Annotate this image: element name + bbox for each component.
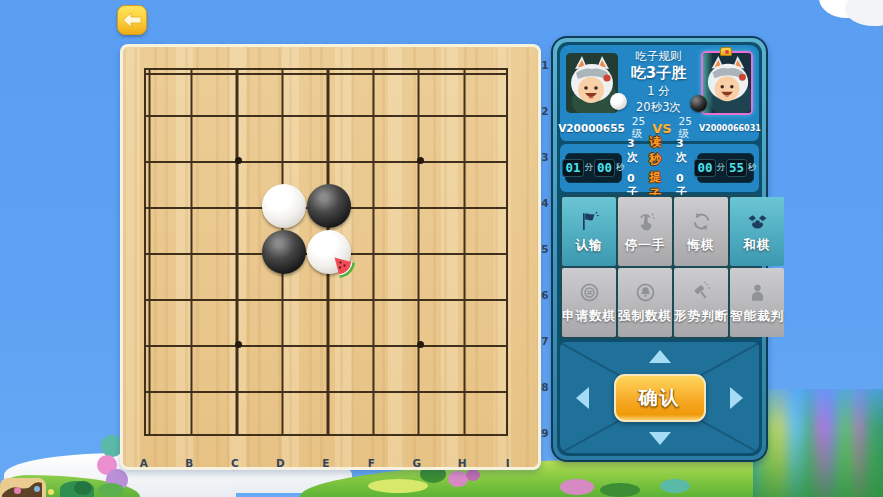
board-point-F9[interactable]: [352, 413, 398, 459]
byoyomi-label: 读秒: [649, 134, 670, 168]
column-label-D: D: [258, 457, 304, 469]
board-point-B2[interactable]: [170, 91, 216, 137]
confirm-move-button[interactable]: 确认: [614, 374, 706, 422]
draw-button[interactable]: 和棋: [730, 197, 784, 266]
board-point-G3[interactable]: [397, 137, 443, 183]
undo-refresh-icon: [690, 210, 713, 233]
ai-referee-button[interactable]: 智能裁判: [730, 268, 784, 337]
board-point-D7[interactable]: [261, 321, 307, 367]
board-point-F2[interactable]: [352, 91, 398, 137]
request-count-label: 申请数棋: [562, 308, 616, 325]
tap-hand-icon: [634, 210, 657, 233]
black-stone-badge: [690, 95, 707, 112]
star-point: [235, 341, 242, 348]
board-point-B8[interactable]: [170, 367, 216, 413]
go-game-screen: { "game": "go", "app_context": "children…: [0, 0, 883, 497]
board-point-D8[interactable]: [261, 367, 307, 413]
board-point-C6[interactable]: [215, 275, 261, 321]
board-point-F1[interactable]: [352, 47, 398, 91]
black-stone-E4: [307, 184, 351, 228]
board-point-A1[interactable]: [124, 47, 170, 91]
board-point-A8[interactable]: [124, 367, 170, 413]
board-point-B6[interactable]: [170, 275, 216, 321]
board-point-F8[interactable]: [352, 367, 398, 413]
board-point-F4[interactable]: [352, 183, 398, 229]
byoyomi-capture-counters: 3次 读秒 3次 0子 提子 0子: [627, 134, 692, 203]
column-label-A: A: [121, 457, 167, 469]
rule-time: 20秒3次: [622, 99, 695, 115]
board-point-B7[interactable]: [170, 321, 216, 367]
board-point-B4[interactable]: [170, 183, 216, 229]
board-point-C2[interactable]: [215, 91, 261, 137]
flower: [48, 489, 54, 495]
board-point-H4[interactable]: [443, 183, 489, 229]
white-stone-D4: [262, 184, 306, 228]
column-label-H: H: [440, 457, 486, 469]
board-point-A3[interactable]: [124, 137, 170, 183]
board-point-H6[interactable]: [443, 275, 489, 321]
timers-section: 01 分 00 秒 3次 读秒 3次 0子 提子 0子 00 分: [560, 144, 759, 192]
referee-person-icon: [746, 281, 769, 304]
right-player-clock: 00 分 55 秒: [697, 153, 754, 183]
request-count-button[interactable]: 申请数棋: [562, 268, 616, 337]
board-point-H3[interactable]: [443, 137, 489, 183]
seconds-label: 秒: [748, 162, 757, 174]
board-point-G5[interactable]: [397, 229, 443, 275]
rule-title: 吃子规则: [622, 48, 695, 64]
column-label-G: G: [394, 457, 440, 469]
minutes-label: 分: [585, 162, 594, 174]
left-player-clock: 01 分 00 秒: [565, 153, 622, 183]
rule-win-condition: 吃3子胜: [622, 64, 695, 83]
board-point-I5[interactable]: [488, 229, 534, 275]
board-point-I4[interactable]: [488, 183, 534, 229]
board-point-D9[interactable]: [261, 413, 307, 459]
board-point-D3[interactable]: [261, 137, 307, 183]
board-point-I6[interactable]: [488, 275, 534, 321]
board-point-H7[interactable]: [443, 321, 489, 367]
minutes-label: 分: [717, 162, 726, 174]
board-point-C9[interactable]: [215, 413, 261, 459]
board-point-F6[interactable]: [352, 275, 398, 321]
board-point-I9[interactable]: [488, 413, 534, 459]
board-point-E8[interactable]: [306, 367, 352, 413]
position-judge-button[interactable]: 形势判断: [674, 268, 728, 337]
undo-label: 悔棋: [688, 237, 715, 254]
board-point-B3[interactable]: [170, 137, 216, 183]
board-point-E4[interactable]: [306, 183, 352, 229]
board-point-B5[interactable]: [170, 229, 216, 275]
right-clock-minutes: 00: [694, 159, 715, 177]
crown-badge-icon: [720, 47, 732, 56]
board-point-E9[interactable]: [306, 413, 352, 459]
board-point-E5[interactable]: [306, 229, 352, 275]
undo-button[interactable]: 悔棋: [674, 197, 728, 266]
game-side-panel: 吃子规则 吃3子胜 1 分 20秒3次: [551, 36, 768, 462]
board-point-E6[interactable]: [306, 275, 352, 321]
board-point-D2[interactable]: [261, 91, 307, 137]
column-label-F: F: [349, 457, 395, 469]
player-right-avatar[interactable]: [701, 51, 753, 115]
board-point-A6[interactable]: [124, 275, 170, 321]
go-board[interactable]: [120, 44, 541, 470]
board-point-C3[interactable]: [215, 137, 261, 183]
board-point-A9[interactable]: [124, 413, 170, 459]
flower: [14, 487, 21, 494]
flower: [34, 486, 40, 492]
board-point-H5[interactable]: [443, 229, 489, 275]
board-wood: [123, 47, 538, 467]
seconds-label: 秒: [616, 162, 625, 174]
position-judge-label: 形势判断: [674, 308, 728, 325]
rules-header: 吃子规则 吃3子胜 1 分 20秒3次: [622, 48, 695, 115]
right-clock-seconds: 55: [726, 159, 747, 177]
board-point-G9[interactable]: [397, 413, 443, 459]
board-point-E3[interactable]: [306, 137, 352, 183]
flower-cluster: [448, 471, 468, 487]
rule-points: 1 分: [622, 83, 695, 99]
column-label-I: I: [485, 457, 531, 469]
board-point-E2[interactable]: [306, 91, 352, 137]
board-point-I7[interactable]: [488, 321, 534, 367]
board-column-labels: ABCDEFGHI: [121, 457, 531, 469]
board-point-B1[interactable]: [170, 47, 216, 91]
column-label-E: E: [303, 457, 349, 469]
board-point-F7[interactable]: [352, 321, 398, 367]
board-point-F5[interactable]: [352, 229, 398, 275]
column-label-B: B: [167, 457, 213, 469]
left-clock-seconds: 00: [594, 159, 615, 177]
bush: [74, 481, 92, 495]
confirm-label: 确认: [639, 385, 681, 411]
board-point-A5[interactable]: [124, 229, 170, 275]
dpad-left-arrow[interactable]: [576, 387, 589, 409]
draw-label: 和棋: [744, 237, 771, 254]
dpad-down-arrow[interactable]: [649, 432, 671, 445]
force-count-label: 强制数棋: [618, 308, 672, 325]
board-point-C1[interactable]: [215, 47, 261, 91]
action-buttons-grid: 认输 停一手 悔棋: [560, 195, 759, 339]
board-point-A7[interactable]: [124, 321, 170, 367]
board-point-I1[interactable]: [488, 47, 534, 91]
bush-green: [98, 483, 124, 497]
player-left-id: V20000655: [558, 122, 625, 134]
force-count-button[interactable]: 强制数棋: [618, 268, 672, 337]
light-grass-patch: [368, 479, 428, 493]
right-byoyomi-count: 3次: [676, 137, 692, 165]
pass-label: 停一手: [625, 237, 666, 254]
back-arrow-icon: [122, 12, 142, 28]
resign-label: 认输: [576, 237, 603, 254]
gavel-icon: [690, 281, 713, 304]
board-point-E1[interactable]: [306, 47, 352, 91]
board-point-C4[interactable]: [215, 183, 261, 229]
target-icon: [578, 281, 601, 304]
board-point-H8[interactable]: [443, 367, 489, 413]
star-point: [417, 341, 424, 348]
board-point-G1[interactable]: [397, 47, 443, 91]
board-point-I2[interactable]: [488, 91, 534, 137]
move-confirm-dpad: 确认: [560, 342, 759, 453]
players-info-section: 吃子规则 吃3子胜 1 分 20秒3次: [560, 45, 759, 141]
dark-bush: [600, 483, 640, 497]
board-point-F3[interactable]: [352, 137, 398, 183]
board-point-G2[interactable]: [397, 91, 443, 137]
flag-icon: [578, 210, 601, 233]
pass-button[interactable]: 停一手: [618, 197, 672, 266]
board-point-C5[interactable]: [215, 229, 261, 275]
flower-cluster: [466, 469, 480, 481]
board-point-H9[interactable]: [443, 413, 489, 459]
left-byoyomi-count: 3次: [627, 137, 643, 165]
ai-referee-label: 智能裁判: [730, 308, 784, 325]
board-point-I3[interactable]: [488, 137, 534, 183]
back-button[interactable]: [117, 5, 147, 35]
board-point-C7[interactable]: [215, 321, 261, 367]
white-stone-E5: [307, 230, 351, 274]
board-grid[interactable]: [124, 47, 534, 459]
left-clock-minutes: 01: [562, 159, 583, 177]
board-point-D4[interactable]: [261, 183, 307, 229]
board-point-G8[interactable]: [397, 367, 443, 413]
board-point-G7[interactable]: [397, 321, 443, 367]
board-point-G4[interactable]: [397, 183, 443, 229]
bush-teal: [660, 479, 690, 493]
cloud: [811, 0, 883, 26]
black-stone-D5: [262, 230, 306, 274]
column-label-C: C: [212, 457, 258, 469]
board-point-D5[interactable]: [261, 229, 307, 275]
board-point-B9[interactable]: [170, 413, 216, 459]
flower-cluster: [560, 479, 594, 495]
resign-button[interactable]: 认输: [562, 197, 616, 266]
star-point: [417, 157, 424, 164]
player-right-id: V2000066031: [699, 124, 761, 133]
board-point-H2[interactable]: [443, 91, 489, 137]
star-point: [235, 157, 242, 164]
board-point-G6[interactable]: [397, 275, 443, 321]
dpad-right-arrow[interactable]: [730, 387, 743, 409]
motion-blur-artifact: [753, 389, 883, 497]
dpad-up-arrow[interactable]: [649, 350, 671, 363]
board-point-I8[interactable]: [488, 367, 534, 413]
board-point-C8[interactable]: [215, 367, 261, 413]
board-point-D1[interactable]: [261, 47, 307, 91]
bell-icon: [634, 281, 657, 304]
board-point-H1[interactable]: [443, 47, 489, 91]
board-point-A4[interactable]: [124, 183, 170, 229]
board-point-D6[interactable]: [261, 275, 307, 321]
handshake-icon: [746, 210, 769, 233]
board-point-E7[interactable]: [306, 321, 352, 367]
board-point-A2[interactable]: [124, 91, 170, 137]
